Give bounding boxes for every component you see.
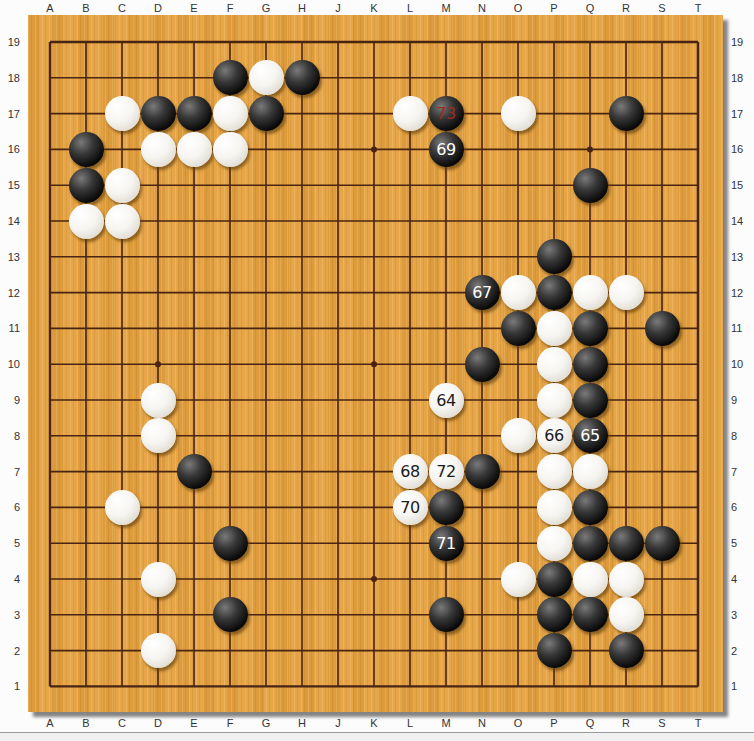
stone-R17 <box>609 96 644 131</box>
coord-row-8-left: 8 <box>0 429 23 443</box>
coord-col-S-top: S <box>653 1 671 15</box>
coord-col-F-bottom: F <box>221 716 239 730</box>
stone-C17 <box>105 96 140 131</box>
coord-row-11-right: 11 <box>731 321 753 335</box>
stone-R12 <box>609 275 644 310</box>
stone-F16 <box>213 132 248 167</box>
coord-row-12-left: 12 <box>0 286 23 300</box>
coord-row-19-left: 19 <box>0 35 23 49</box>
stone-C14 <box>105 204 140 239</box>
coord-col-N-top: N <box>473 1 491 15</box>
coord-row-18-right: 18 <box>731 71 753 85</box>
coord-row-6-right: 6 <box>731 500 753 514</box>
coord-col-S-bottom: S <box>653 716 671 730</box>
coord-col-E-top: E <box>185 1 203 15</box>
move-number-label: 64 <box>436 391 455 410</box>
stone-Q3 <box>573 597 608 632</box>
stone-N10 <box>465 347 500 382</box>
stone-L6-move-70: 70 <box>393 490 428 525</box>
stone-F18 <box>213 60 248 95</box>
stone-P2 <box>537 633 572 668</box>
stone-S5 <box>645 526 680 561</box>
stone-D16 <box>141 132 176 167</box>
stone-Q15 <box>573 168 608 203</box>
coord-col-G-bottom: G <box>257 716 275 730</box>
coord-row-8-right: 8 <box>731 429 753 443</box>
coord-col-C-top: C <box>113 1 131 15</box>
coord-col-O-bottom: O <box>509 716 527 730</box>
coord-col-H-bottom: H <box>293 716 311 730</box>
stone-M17-move-73: 73 <box>429 96 464 131</box>
coord-col-C-bottom: C <box>113 716 131 730</box>
stone-H18 <box>285 60 320 95</box>
coord-col-Q-top: Q <box>581 1 599 15</box>
stone-P5 <box>537 526 572 561</box>
move-number-label: 73 <box>436 104 455 123</box>
stone-M6 <box>429 490 464 525</box>
go-board[interactable]: 73696764666568727071 <box>28 15 723 712</box>
coord-row-13-left: 13 <box>0 250 23 264</box>
coord-row-13-right: 13 <box>731 250 753 264</box>
coord-row-14-left: 14 <box>0 214 23 228</box>
coord-row-17-right: 17 <box>731 107 753 121</box>
stone-P13 <box>537 239 572 274</box>
move-number-label: 70 <box>400 498 419 517</box>
coord-row-17-left: 17 <box>0 107 23 121</box>
stone-Q11 <box>573 311 608 346</box>
stone-D17 <box>141 96 176 131</box>
stone-E16 <box>177 132 212 167</box>
star-point-K4 <box>371 576 377 582</box>
coord-row-15-left: 15 <box>0 178 23 192</box>
stone-D8 <box>141 418 176 453</box>
coord-col-B-top: B <box>77 1 95 15</box>
stone-P9 <box>537 383 572 418</box>
coord-col-F-top: F <box>221 1 239 15</box>
coord-row-10-left: 10 <box>0 357 23 371</box>
stone-L17 <box>393 96 428 131</box>
coord-row-2-left: 2 <box>0 644 23 658</box>
stone-F3 <box>213 597 248 632</box>
coord-col-G-top: G <box>257 1 275 15</box>
coord-col-L-bottom: L <box>401 716 419 730</box>
star-point-D10 <box>155 361 161 367</box>
stone-B16 <box>69 132 104 167</box>
coord-row-9-right: 9 <box>731 393 753 407</box>
coord-col-M-bottom: M <box>437 716 455 730</box>
stone-P7 <box>537 454 572 489</box>
coord-row-19-right: 19 <box>731 35 753 49</box>
stone-N12-move-67: 67 <box>465 275 500 310</box>
coord-col-R-bottom: R <box>617 716 635 730</box>
coord-row-4-left: 4 <box>0 572 23 586</box>
coord-col-E-bottom: E <box>185 716 203 730</box>
stone-Q5 <box>573 526 608 561</box>
stone-C15 <box>105 168 140 203</box>
coord-col-K-bottom: K <box>365 716 383 730</box>
stone-F5 <box>213 526 248 561</box>
stone-Q4 <box>573 562 608 597</box>
stone-R5 <box>609 526 644 561</box>
coord-row-1-right: 1 <box>731 679 753 693</box>
stone-C6 <box>105 490 140 525</box>
coord-row-5-left: 5 <box>0 536 23 550</box>
coord-col-O-top: O <box>509 1 527 15</box>
coord-row-16-left: 16 <box>0 142 23 156</box>
stone-D2 <box>141 633 176 668</box>
stone-O8 <box>501 418 536 453</box>
star-point-K10 <box>371 361 377 367</box>
stone-Q6 <box>573 490 608 525</box>
stone-M5-move-71: 71 <box>429 526 464 561</box>
stone-D9 <box>141 383 176 418</box>
coord-row-1-left: 1 <box>0 679 23 693</box>
stone-M16-move-69: 69 <box>429 132 464 167</box>
move-number-label: 69 <box>436 140 455 159</box>
stone-O4 <box>501 562 536 597</box>
stone-N7 <box>465 454 500 489</box>
coord-col-P-top: P <box>545 1 563 15</box>
coord-row-18-left: 18 <box>0 71 23 85</box>
coord-row-16-right: 16 <box>731 142 753 156</box>
stone-P6 <box>537 490 572 525</box>
coord-col-J-top: J <box>329 1 347 15</box>
stone-F17 <box>213 96 248 131</box>
stone-R2 <box>609 633 644 668</box>
coord-row-15-right: 15 <box>731 178 753 192</box>
coord-col-T-top: T <box>689 1 707 15</box>
bottom-scroll-strip[interactable] <box>0 732 754 741</box>
coord-row-12-right: 12 <box>731 286 753 300</box>
move-number-label: 72 <box>436 462 455 481</box>
coord-row-10-right: 10 <box>731 357 753 371</box>
coord-col-D-bottom: D <box>149 716 167 730</box>
move-number-label: 65 <box>580 426 599 445</box>
coord-row-14-right: 14 <box>731 214 753 228</box>
coord-col-K-top: K <box>365 1 383 15</box>
stone-M9-move-64: 64 <box>429 383 464 418</box>
stone-R4 <box>609 562 644 597</box>
coord-row-5-right: 5 <box>731 536 753 550</box>
stone-Q10 <box>573 347 608 382</box>
stone-E17 <box>177 96 212 131</box>
coord-row-7-left: 7 <box>0 465 23 479</box>
coord-col-D-top: D <box>149 1 167 15</box>
coord-col-A-top: A <box>41 1 59 15</box>
coord-row-2-right: 2 <box>731 644 753 658</box>
stone-Q7 <box>573 454 608 489</box>
stone-P12 <box>537 275 572 310</box>
stone-P4 <box>537 562 572 597</box>
coord-col-Q-bottom: Q <box>581 716 599 730</box>
go-game-window: ABCDEFGHJKLMNOPQRST ABCDEFGHJKLMNOPQRST … <box>0 0 754 741</box>
stone-M7-move-72: 72 <box>429 454 464 489</box>
stone-Q9 <box>573 383 608 418</box>
coord-col-M-top: M <box>437 1 455 15</box>
stone-O12 <box>501 275 536 310</box>
stone-O17 <box>501 96 536 131</box>
stone-P8-move-66: 66 <box>537 418 572 453</box>
move-number-label: 66 <box>544 426 563 445</box>
stone-L7-move-68: 68 <box>393 454 428 489</box>
stone-E7 <box>177 454 212 489</box>
coord-col-J-bottom: J <box>329 716 347 730</box>
coord-row-7-right: 7 <box>731 465 753 479</box>
stone-G18 <box>249 60 284 95</box>
star-point-K16 <box>371 146 377 152</box>
stone-Q8-move-65: 65 <box>573 418 608 453</box>
move-number-label: 71 <box>436 534 455 553</box>
coord-col-T-bottom: T <box>689 716 707 730</box>
stone-P11 <box>537 311 572 346</box>
stone-P3 <box>537 597 572 632</box>
move-number-label: 68 <box>400 462 419 481</box>
stone-P10 <box>537 347 572 382</box>
move-number-label: 67 <box>472 283 491 302</box>
coord-row-6-left: 6 <box>0 500 23 514</box>
coord-col-H-top: H <box>293 1 311 15</box>
coord-col-R-top: R <box>617 1 635 15</box>
coord-row-4-right: 4 <box>731 572 753 586</box>
star-point-Q16 <box>587 146 593 152</box>
stone-M3 <box>429 597 464 632</box>
stone-B15 <box>69 168 104 203</box>
coord-row-3-left: 3 <box>0 608 23 622</box>
stone-Q12 <box>573 275 608 310</box>
coord-row-9-left: 9 <box>0 393 23 407</box>
coord-col-B-bottom: B <box>77 716 95 730</box>
coord-row-11-left: 11 <box>0 321 23 335</box>
stone-R3 <box>609 597 644 632</box>
stone-O11 <box>501 311 536 346</box>
stone-S11 <box>645 311 680 346</box>
coord-col-P-bottom: P <box>545 716 563 730</box>
stone-B14 <box>69 204 104 239</box>
stone-G17 <box>249 96 284 131</box>
coord-col-L-top: L <box>401 1 419 15</box>
coord-row-3-right: 3 <box>731 608 753 622</box>
coord-col-A-bottom: A <box>41 716 59 730</box>
stone-D4 <box>141 562 176 597</box>
coord-col-N-bottom: N <box>473 716 491 730</box>
